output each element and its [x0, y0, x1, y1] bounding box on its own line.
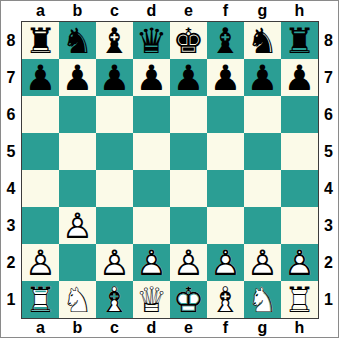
square-e6[interactable]: [170, 96, 207, 133]
file-label-b: b: [59, 1, 96, 21]
rank-label-6: 6: [319, 96, 338, 133]
file-label-f: f: [207, 1, 244, 21]
square-f2[interactable]: ♟♙: [207, 244, 244, 281]
square-a7[interactable]: ♟: [22, 59, 59, 96]
white-rook-icon: ♜♖: [281, 281, 318, 318]
black-bishop-icon: ♝: [96, 22, 133, 59]
white-pawn-icon: ♟♙: [207, 244, 244, 281]
file-label-e: e: [170, 1, 207, 21]
white-pawn-icon: ♟♙: [59, 207, 96, 244]
rank-label-7: 7: [1, 59, 21, 96]
rank-label-4: 4: [1, 170, 21, 207]
square-h8[interactable]: ♜: [281, 22, 318, 59]
black-pawn-icon: ♟: [170, 59, 207, 96]
square-e5[interactable]: [170, 133, 207, 170]
square-h7[interactable]: ♟: [281, 59, 318, 96]
rank-label-5: 5: [1, 133, 21, 170]
black-knight-icon: ♞: [59, 22, 96, 59]
square-f1[interactable]: ♝♗: [207, 281, 244, 318]
square-d7[interactable]: ♟: [133, 59, 170, 96]
rank-label-5: 5: [319, 133, 338, 170]
rank-labels-left: 87654321: [1, 21, 21, 319]
square-a3[interactable]: [22, 207, 59, 244]
black-pawn-icon: ♟: [281, 59, 318, 96]
square-g1[interactable]: ♞♘: [244, 281, 281, 318]
file-label-h: h: [281, 319, 318, 337]
square-g2[interactable]: ♟♙: [244, 244, 281, 281]
rank-label-6: 6: [1, 96, 21, 133]
square-a1[interactable]: ♜♖: [22, 281, 59, 318]
rank-label-1: 1: [319, 281, 338, 318]
black-pawn-icon: ♟: [207, 59, 244, 96]
square-a5[interactable]: [22, 133, 59, 170]
black-pawn-icon: ♟: [244, 59, 281, 96]
square-a4[interactable]: [22, 170, 59, 207]
square-a6[interactable]: [22, 96, 59, 133]
square-d4[interactable]: [133, 170, 170, 207]
square-g6[interactable]: [244, 96, 281, 133]
square-e8[interactable]: ♚: [170, 22, 207, 59]
square-g3[interactable]: [244, 207, 281, 244]
square-e7[interactable]: ♟: [170, 59, 207, 96]
file-label-e: e: [170, 319, 207, 337]
rank-label-4: 4: [319, 170, 338, 207]
rank-label-2: 2: [319, 244, 338, 281]
square-c6[interactable]: [96, 96, 133, 133]
file-labels-top: abcdefgh: [21, 1, 319, 21]
square-f4[interactable]: [207, 170, 244, 207]
file-label-a: a: [22, 1, 59, 21]
square-h4[interactable]: [281, 170, 318, 207]
file-label-g: g: [244, 319, 281, 337]
black-knight-icon: ♞: [244, 22, 281, 59]
square-b3[interactable]: ♟♙: [59, 207, 96, 244]
file-label-f: f: [207, 319, 244, 337]
file-label-d: d: [133, 319, 170, 337]
square-d8[interactable]: ♛: [133, 22, 170, 59]
white-knight-icon: ♞♘: [244, 281, 281, 318]
square-h2[interactable]: ♟♙: [281, 244, 318, 281]
black-queen-icon: ♛: [133, 22, 170, 59]
square-b8[interactable]: ♞: [59, 22, 96, 59]
square-c8[interactable]: ♝: [96, 22, 133, 59]
black-king-icon: ♚: [170, 22, 207, 59]
square-e2[interactable]: ♟♙: [170, 244, 207, 281]
file-label-a: a: [22, 319, 59, 337]
square-c7[interactable]: ♟: [96, 59, 133, 96]
square-d1[interactable]: ♛♕: [133, 281, 170, 318]
square-c4[interactable]: [96, 170, 133, 207]
square-e4[interactable]: [170, 170, 207, 207]
square-e3[interactable]: [170, 207, 207, 244]
square-h1[interactable]: ♜♖: [281, 281, 318, 318]
black-rook-icon: ♜: [281, 22, 318, 59]
square-g4[interactable]: [244, 170, 281, 207]
square-e1[interactable]: ♚♔: [170, 281, 207, 318]
rank-label-2: 2: [1, 244, 21, 281]
file-label-h: h: [281, 1, 318, 21]
file-label-b: b: [59, 319, 96, 337]
square-b1[interactable]: ♞♘: [59, 281, 96, 318]
rank-label-8: 8: [1, 22, 21, 59]
black-pawn-icon: ♟: [22, 59, 59, 96]
white-pawn-icon: ♟♙: [281, 244, 318, 281]
white-pawn-icon: ♟♙: [244, 244, 281, 281]
black-pawn-icon: ♟: [133, 59, 170, 96]
white-bishop-icon: ♝♗: [207, 281, 244, 318]
square-d6[interactable]: [133, 96, 170, 133]
square-g8[interactable]: ♞: [244, 22, 281, 59]
black-bishop-icon: ♝: [207, 22, 244, 59]
square-d3[interactable]: [133, 207, 170, 244]
square-b5[interactable]: [59, 133, 96, 170]
square-h6[interactable]: [281, 96, 318, 133]
square-d2[interactable]: ♟♙: [133, 244, 170, 281]
square-c5[interactable]: [96, 133, 133, 170]
white-king-icon: ♚♔: [170, 281, 207, 318]
square-h3[interactable]: [281, 207, 318, 244]
square-f7[interactable]: ♟: [207, 59, 244, 96]
white-knight-icon: ♞♘: [59, 281, 96, 318]
file-label-c: c: [96, 1, 133, 21]
black-pawn-icon: ♟: [59, 59, 96, 96]
square-f6[interactable]: [207, 96, 244, 133]
square-b7[interactable]: ♟: [59, 59, 96, 96]
rank-label-8: 8: [319, 22, 338, 59]
square-c3[interactable]: [96, 207, 133, 244]
white-rook-icon: ♜♖: [22, 281, 59, 318]
square-b2[interactable]: [59, 244, 96, 281]
chess-board: ♜♞♝♛♚♝♞♜♟♟♟♟♟♟♟♟♟♙♟♙♟♙♟♙♟♙♟♙♟♙♟♙♜♖♞♘♝♗♛♕…: [21, 21, 319, 319]
square-g7[interactable]: ♟: [244, 59, 281, 96]
square-f5[interactable]: [207, 133, 244, 170]
rank-label-3: 3: [319, 207, 338, 244]
white-queen-icon: ♛♕: [133, 281, 170, 318]
white-pawn-icon: ♟♙: [96, 244, 133, 281]
black-pawn-icon: ♟: [96, 59, 133, 96]
chess-diagram: abcdefgh 87654321 ♜♞♝♛♚♝♞♜♟♟♟♟♟♟♟♟♟♙♟♙♟♙…: [0, 0, 339, 338]
white-pawn-icon: ♟♙: [22, 244, 59, 281]
file-labels-bottom: abcdefgh: [21, 319, 319, 337]
rank-label-1: 1: [1, 281, 21, 318]
file-label-c: c: [96, 319, 133, 337]
white-bishop-icon: ♝♗: [96, 281, 133, 318]
black-rook-icon: ♜: [22, 22, 59, 59]
square-c2[interactable]: ♟♙: [96, 244, 133, 281]
square-d5[interactable]: [133, 133, 170, 170]
square-f8[interactable]: ♝: [207, 22, 244, 59]
white-pawn-icon: ♟♙: [133, 244, 170, 281]
rank-label-7: 7: [319, 59, 338, 96]
square-f3[interactable]: [207, 207, 244, 244]
file-label-g: g: [244, 1, 281, 21]
rank-labels-right: 87654321: [319, 21, 338, 319]
square-a8[interactable]: ♜: [22, 22, 59, 59]
square-g5[interactable]: [244, 133, 281, 170]
square-b6[interactable]: [59, 96, 96, 133]
square-h5[interactable]: [281, 133, 318, 170]
square-b4[interactable]: [59, 170, 96, 207]
rank-label-3: 3: [1, 207, 21, 244]
white-pawn-icon: ♟♙: [170, 244, 207, 281]
file-label-d: d: [133, 1, 170, 21]
square-a2[interactable]: ♟♙: [22, 244, 59, 281]
square-c1[interactable]: ♝♗: [96, 281, 133, 318]
